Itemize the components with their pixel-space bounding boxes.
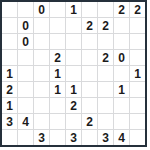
cell-r7c1: 1 xyxy=(2,98,17,113)
cell-r8c1: 3 xyxy=(2,114,17,129)
cell-r6c8: 1 xyxy=(114,82,129,97)
cell-r5c4: 1 xyxy=(50,66,65,81)
cell-r9c4[interactable] xyxy=(50,130,65,145)
cell-r5c6[interactable] xyxy=(82,66,97,81)
cell-r9c9[interactable] xyxy=(130,130,145,145)
cell-r2c8[interactable] xyxy=(114,18,129,33)
cell-r9c7: 3 xyxy=(98,130,113,145)
cell-r1c9: 2 xyxy=(130,2,145,17)
cell-r3c2: 0 xyxy=(18,34,33,49)
cell-r1c8: 2 xyxy=(114,2,129,17)
cell-r5c3[interactable] xyxy=(34,66,49,81)
cell-r5c7[interactable] xyxy=(98,66,113,81)
cell-r4c6[interactable] xyxy=(82,50,97,65)
cell-r3c7[interactable] xyxy=(98,34,113,49)
cell-r9c2[interactable] xyxy=(18,130,33,145)
cell-r7c2[interactable] xyxy=(18,98,33,113)
cell-r2c5[interactable] xyxy=(66,18,81,33)
cell-r3c8[interactable] xyxy=(114,34,129,49)
puzzle-board: 012202202201112111123423334 xyxy=(0,0,147,147)
cell-r9c6[interactable] xyxy=(82,130,97,145)
cell-r8c9[interactable] xyxy=(130,114,145,129)
cell-r5c1: 1 xyxy=(2,66,17,81)
cell-r2c7: 2 xyxy=(98,18,113,33)
cell-r6c2[interactable] xyxy=(18,82,33,97)
cell-r2c6: 2 xyxy=(82,18,97,33)
cell-r8c2: 4 xyxy=(18,114,33,129)
cell-r6c9[interactable] xyxy=(130,82,145,97)
cell-r8c7[interactable] xyxy=(98,114,113,129)
cell-r2c3[interactable] xyxy=(34,18,49,33)
cell-r3c3[interactable] xyxy=(34,34,49,49)
cell-r3c1[interactable] xyxy=(2,34,17,49)
cell-r5c2[interactable] xyxy=(18,66,33,81)
cell-r9c8: 4 xyxy=(114,130,129,145)
cell-r4c2[interactable] xyxy=(18,50,33,65)
cell-r7c7[interactable] xyxy=(98,98,113,113)
cell-r3c4[interactable] xyxy=(50,34,65,49)
cell-r8c6: 2 xyxy=(82,114,97,129)
cell-r2c2: 0 xyxy=(18,18,33,33)
cell-r1c5: 1 xyxy=(66,2,81,17)
cell-r1c7[interactable] xyxy=(98,2,113,17)
cell-r6c5: 1 xyxy=(66,82,81,97)
cell-r6c7[interactable] xyxy=(98,82,113,97)
cell-r1c2[interactable] xyxy=(18,2,33,17)
cell-r7c4[interactable] xyxy=(50,98,65,113)
cell-r7c8[interactable] xyxy=(114,98,129,113)
cell-r3c6[interactable] xyxy=(82,34,97,49)
cell-r4c7: 2 xyxy=(98,50,113,65)
cell-r6c6[interactable] xyxy=(82,82,97,97)
cell-r1c4[interactable] xyxy=(50,2,65,17)
cell-r2c9[interactable] xyxy=(130,18,145,33)
cell-r6c3[interactable] xyxy=(34,82,49,97)
cell-r1c6[interactable] xyxy=(82,2,97,17)
cell-r3c5[interactable] xyxy=(66,34,81,49)
cell-r1c3: 0 xyxy=(34,2,49,17)
cell-r4c3[interactable] xyxy=(34,50,49,65)
cell-r7c6[interactable] xyxy=(82,98,97,113)
cell-r9c3: 3 xyxy=(34,130,49,145)
cell-r4c5[interactable] xyxy=(66,50,81,65)
cell-r3c9[interactable] xyxy=(130,34,145,49)
cell-r8c8[interactable] xyxy=(114,114,129,129)
cell-r8c4[interactable] xyxy=(50,114,65,129)
cell-r5c5[interactable] xyxy=(66,66,81,81)
cell-r7c3[interactable] xyxy=(34,98,49,113)
cell-r4c4: 2 xyxy=(50,50,65,65)
cell-r7c9[interactable] xyxy=(130,98,145,113)
cell-r2c4[interactable] xyxy=(50,18,65,33)
cell-r2c1[interactable] xyxy=(2,18,17,33)
cell-r5c9: 1 xyxy=(130,66,145,81)
cell-r4c9[interactable] xyxy=(130,50,145,65)
cell-r9c1[interactable] xyxy=(2,130,17,145)
cell-r8c5[interactable] xyxy=(66,114,81,129)
cell-r4c8: 0 xyxy=(114,50,129,65)
cell-r6c1: 2 xyxy=(2,82,17,97)
cell-r5c8[interactable] xyxy=(114,66,129,81)
cell-r8c3[interactable] xyxy=(34,114,49,129)
cell-r7c5: 2 xyxy=(66,98,81,113)
cell-r1c1[interactable] xyxy=(2,2,17,17)
cell-r6c4: 1 xyxy=(50,82,65,97)
cell-r4c1[interactable] xyxy=(2,50,17,65)
cell-r9c5: 3 xyxy=(66,130,81,145)
